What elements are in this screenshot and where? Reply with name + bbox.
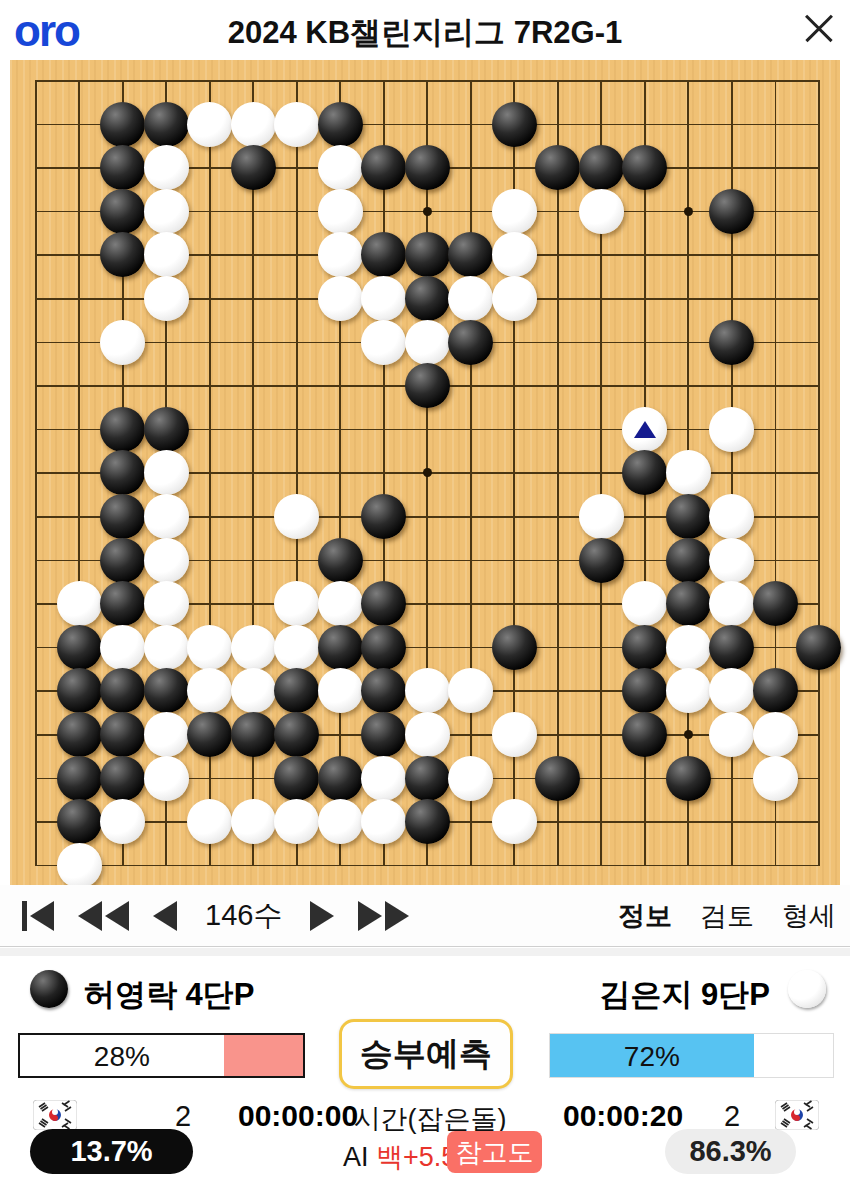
go-first-icon[interactable] xyxy=(22,899,54,933)
black-prediction-label: 28% xyxy=(20,1041,224,1073)
black-stone xyxy=(361,494,406,539)
black-stone xyxy=(753,581,798,626)
black-stone xyxy=(144,668,189,713)
white-stone xyxy=(187,625,232,670)
white-stone xyxy=(622,407,667,452)
black-stone xyxy=(100,450,145,495)
white-stone xyxy=(100,625,145,670)
black-stone xyxy=(622,450,667,495)
star-point xyxy=(684,207,693,216)
white-stone xyxy=(361,276,406,321)
black-stone xyxy=(753,668,798,713)
white-stone xyxy=(274,799,319,844)
white-stone xyxy=(753,712,798,757)
black-stone xyxy=(405,363,450,408)
white-stone xyxy=(144,145,189,190)
black-stone xyxy=(361,712,406,757)
move-navigation-bar: 146수 정보 검토 형세 xyxy=(0,885,850,947)
white-prediction-bar: 72% xyxy=(549,1033,834,1078)
white-stone xyxy=(492,189,537,234)
white-stone xyxy=(318,668,363,713)
black-stone xyxy=(100,232,145,277)
white-stone xyxy=(318,581,363,626)
white-stone xyxy=(361,799,406,844)
black-stone xyxy=(535,756,580,801)
fast-backward-icon[interactable] xyxy=(78,899,129,933)
black-stone xyxy=(666,538,711,583)
black-stone xyxy=(57,799,102,844)
black-stone xyxy=(318,538,363,583)
prediction-button[interactable]: 승부예측 xyxy=(339,1019,513,1089)
black-stone xyxy=(579,145,624,190)
black-player-name: 허영락 4단P xyxy=(84,974,255,1016)
black-stone xyxy=(579,538,624,583)
menu-review[interactable]: 검토 xyxy=(700,898,754,934)
black-stone xyxy=(622,668,667,713)
white-stone xyxy=(231,799,276,844)
go-board[interactable] xyxy=(10,60,840,885)
black-stone xyxy=(318,625,363,670)
white-stone xyxy=(405,712,450,757)
white-stone xyxy=(492,712,537,757)
black-stone xyxy=(448,232,493,277)
black-stone xyxy=(100,407,145,452)
south-korea-flag-icon xyxy=(33,1100,77,1130)
white-stone xyxy=(57,843,102,888)
white-stone xyxy=(405,320,450,365)
nav-menu: 정보 검토 형세 xyxy=(618,885,836,947)
white-stone xyxy=(709,494,754,539)
white-stone-icon xyxy=(788,970,826,1008)
black-stone xyxy=(405,232,450,277)
white-stone xyxy=(709,538,754,583)
white-stone xyxy=(666,450,711,495)
nav-controls: 146수 xyxy=(22,885,409,947)
white-stone xyxy=(144,450,189,495)
black-stone xyxy=(405,799,450,844)
white-stone xyxy=(231,625,276,670)
black-stone xyxy=(405,276,450,321)
black-stone xyxy=(709,320,754,365)
black-stone xyxy=(100,668,145,713)
white-stone xyxy=(231,668,276,713)
ai-evaluation: AI 백+5.5 xyxy=(343,1139,456,1175)
white-stone xyxy=(709,581,754,626)
white-clock: 00:00:20 xyxy=(563,1099,683,1133)
black-stone xyxy=(622,712,667,757)
white-stone xyxy=(144,538,189,583)
black-stone xyxy=(231,145,276,190)
black-stone xyxy=(666,756,711,801)
white-stone xyxy=(144,494,189,539)
black-stone xyxy=(100,712,145,757)
white-stone xyxy=(318,145,363,190)
white-stone xyxy=(57,581,102,626)
white-stone xyxy=(361,320,406,365)
fast-forward-icon[interactable] xyxy=(358,899,409,933)
star-point xyxy=(423,468,432,477)
white-stone xyxy=(666,625,711,670)
black-stone xyxy=(492,625,537,670)
black-stone xyxy=(622,625,667,670)
white-prediction-label: 72% xyxy=(550,1041,754,1073)
white-stone xyxy=(666,668,711,713)
black-stone xyxy=(709,189,754,234)
black-stone xyxy=(361,232,406,277)
white-stone xyxy=(187,102,232,147)
white-stone xyxy=(753,756,798,801)
star-point xyxy=(684,730,693,739)
white-stone xyxy=(100,799,145,844)
white-stone xyxy=(579,189,624,234)
white-stone xyxy=(274,494,319,539)
white-stone xyxy=(144,625,189,670)
white-stone xyxy=(318,232,363,277)
black-stone xyxy=(405,756,450,801)
white-stone xyxy=(274,625,319,670)
black-stone xyxy=(405,145,450,190)
board-grid[interactable] xyxy=(35,80,820,866)
black-stone xyxy=(57,712,102,757)
white-stone xyxy=(144,232,189,277)
black-stone xyxy=(666,494,711,539)
white-stone xyxy=(144,276,189,321)
black-winrate-pill: 13.7% xyxy=(30,1129,193,1174)
white-stone xyxy=(144,712,189,757)
black-stone xyxy=(274,668,319,713)
black-stone xyxy=(100,189,145,234)
black-stone xyxy=(231,712,276,757)
white-stone xyxy=(448,276,493,321)
white-stone xyxy=(144,756,189,801)
step-forward-icon[interactable] xyxy=(310,899,334,933)
ai-label: AI xyxy=(343,1142,369,1172)
black-prediction-bar: 28% xyxy=(18,1033,305,1078)
black-captures: 2 xyxy=(175,1100,191,1133)
black-stone xyxy=(361,145,406,190)
black-stone xyxy=(796,625,841,670)
white-stone xyxy=(405,668,450,713)
ai-score: 백+5.5 xyxy=(376,1142,456,1172)
white-stone xyxy=(492,276,537,321)
black-stone xyxy=(144,102,189,147)
white-stone xyxy=(318,189,363,234)
header: oro 2024 KB챌린지리그 7R2G-1 xyxy=(0,0,850,60)
white-player-name: 김은지 9단P xyxy=(599,974,770,1016)
menu-territory[interactable]: 형세 xyxy=(782,898,836,934)
close-icon[interactable] xyxy=(802,12,836,46)
white-stone xyxy=(361,756,406,801)
black-stone xyxy=(622,145,667,190)
white-stone xyxy=(709,712,754,757)
white-stone xyxy=(448,756,493,801)
black-stone xyxy=(100,145,145,190)
white-stone xyxy=(274,102,319,147)
white-winrate-pill: 86.3% xyxy=(665,1129,796,1174)
white-stone xyxy=(187,668,232,713)
black-stone xyxy=(361,668,406,713)
black-stone xyxy=(100,581,145,626)
black-stone xyxy=(448,320,493,365)
black-stone xyxy=(100,756,145,801)
move-counter: 146수 xyxy=(205,896,282,936)
white-stone xyxy=(579,494,624,539)
black-stone xyxy=(100,538,145,583)
black-stone xyxy=(666,581,711,626)
white-stone xyxy=(274,581,319,626)
white-stone xyxy=(144,189,189,234)
white-stone xyxy=(318,276,363,321)
white-stone xyxy=(318,799,363,844)
black-stone xyxy=(144,407,189,452)
black-stone xyxy=(57,756,102,801)
black-stone xyxy=(361,581,406,626)
black-stone xyxy=(57,668,102,713)
white-stone xyxy=(100,320,145,365)
black-stone xyxy=(57,625,102,670)
white-stone xyxy=(187,799,232,844)
black-stone xyxy=(709,625,754,670)
last-move-triangle-icon xyxy=(634,421,656,438)
white-stone xyxy=(492,799,537,844)
black-stone xyxy=(318,756,363,801)
page-title: 2024 KB챌린지리그 7R2G-1 xyxy=(0,12,850,54)
white-stone xyxy=(144,581,189,626)
black-stone xyxy=(100,102,145,147)
star-point xyxy=(423,207,432,216)
south-korea-flag-icon xyxy=(775,1100,819,1130)
app-window: oro 2024 KB챌린지리그 7R2G-1 146수 정보 검토 형세 허영… xyxy=(0,0,850,1183)
black-stone xyxy=(274,712,319,757)
white-stone xyxy=(231,102,276,147)
black-stone-icon xyxy=(30,970,68,1008)
black-stone xyxy=(361,625,406,670)
black-prediction-fill xyxy=(224,1035,303,1076)
reference-diagram-button[interactable]: 참고도 xyxy=(447,1131,542,1173)
menu-info[interactable]: 정보 xyxy=(618,898,672,934)
black-stone xyxy=(318,102,363,147)
step-backward-icon[interactable] xyxy=(153,899,177,933)
black-stone xyxy=(100,494,145,539)
white-stone xyxy=(448,668,493,713)
black-stone xyxy=(274,756,319,801)
white-stone xyxy=(709,407,754,452)
white-stone xyxy=(709,668,754,713)
white-stone xyxy=(622,581,667,626)
separator xyxy=(0,948,850,956)
white-stone xyxy=(492,232,537,277)
black-stone xyxy=(535,145,580,190)
black-stone xyxy=(187,712,232,757)
black-stone xyxy=(492,102,537,147)
